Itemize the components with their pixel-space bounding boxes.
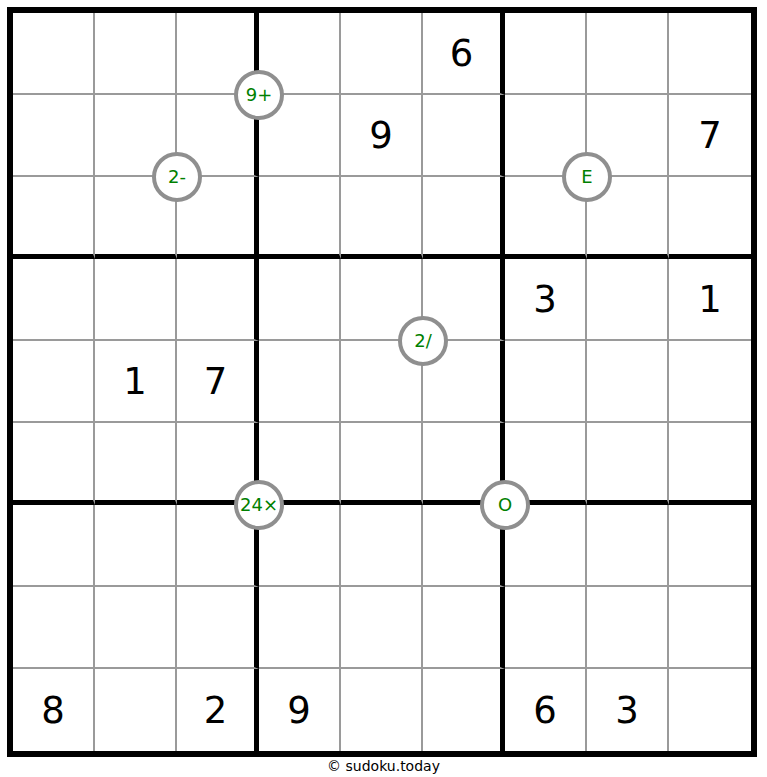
mathrax-clue-label: O xyxy=(498,496,512,514)
mathrax-clue-label: 24× xyxy=(240,496,278,514)
cell-r8c1[interactable] xyxy=(13,587,95,669)
mathrax-clue-label: 2/ xyxy=(414,332,432,350)
cell-r9c9[interactable] xyxy=(669,669,751,751)
cell-r4c4[interactable] xyxy=(259,259,341,341)
cell-r1c7[interactable] xyxy=(505,13,587,95)
cell-r9c3: 2 xyxy=(177,669,259,751)
cell-r9c2[interactable] xyxy=(95,669,177,751)
cell-r6c2[interactable] xyxy=(95,423,177,505)
cell-r3c9[interactable] xyxy=(669,177,751,259)
cell-r1c6: 6 xyxy=(423,13,505,95)
mathrax-clue-2minus: 2- xyxy=(152,152,202,202)
cell-r6c1[interactable] xyxy=(13,423,95,505)
cell-r7c9[interactable] xyxy=(669,505,751,587)
cell-r9c4: 9 xyxy=(259,669,341,751)
mathrax-sudoku-puzzle: 6973117829639+2-E2/24×O © sudoku.today xyxy=(0,0,767,777)
cell-r7c5[interactable] xyxy=(341,505,423,587)
mathrax-clue-2div: 2/ xyxy=(398,316,448,366)
cell-r6c5[interactable] xyxy=(341,423,423,505)
cell-r8c8[interactable] xyxy=(587,587,669,669)
cell-r8c9[interactable] xyxy=(669,587,751,669)
cell-r1c5[interactable] xyxy=(341,13,423,95)
cell-r2c6[interactable] xyxy=(423,95,505,177)
cell-r9c5[interactable] xyxy=(341,669,423,751)
cell-r4c1[interactable] xyxy=(13,259,95,341)
cell-r8c7[interactable] xyxy=(505,587,587,669)
mathrax-clue-label: E xyxy=(581,168,592,186)
cell-r2c9: 7 xyxy=(669,95,751,177)
cell-r5c1[interactable] xyxy=(13,341,95,423)
cell-r6c8[interactable] xyxy=(587,423,669,505)
cell-r5c4[interactable] xyxy=(259,341,341,423)
cell-r1c9[interactable] xyxy=(669,13,751,95)
cell-r8c3[interactable] xyxy=(177,587,259,669)
cell-r1c8[interactable] xyxy=(587,13,669,95)
cell-r4c3[interactable] xyxy=(177,259,259,341)
sudoku-board: 6973117829639+2-E2/24×O xyxy=(7,7,757,757)
cell-r9c8: 3 xyxy=(587,669,669,751)
cell-r3c1[interactable] xyxy=(13,177,95,259)
mathrax-clue-label: 2- xyxy=(168,168,186,186)
cell-r4c9: 1 xyxy=(669,259,751,341)
cell-r8c2[interactable] xyxy=(95,587,177,669)
cell-r3c5[interactable] xyxy=(341,177,423,259)
cell-r5c9[interactable] xyxy=(669,341,751,423)
cell-r7c8[interactable] xyxy=(587,505,669,587)
cell-r2c5: 9 xyxy=(341,95,423,177)
mathrax-clue-9plus: 9+ xyxy=(234,70,284,120)
cell-r8c4[interactable] xyxy=(259,587,341,669)
cell-r3c4[interactable] xyxy=(259,177,341,259)
cell-r8c5[interactable] xyxy=(341,587,423,669)
mathrax-clue-e: E xyxy=(562,152,612,202)
cell-r9c6[interactable] xyxy=(423,669,505,751)
cell-r9c1: 8 xyxy=(13,669,95,751)
cell-r1c2[interactable] xyxy=(95,13,177,95)
mathrax-clue-label: 9+ xyxy=(246,86,273,104)
cell-r5c2: 1 xyxy=(95,341,177,423)
cell-r2c1[interactable] xyxy=(13,95,95,177)
cell-r9c7: 6 xyxy=(505,669,587,751)
cell-r6c9[interactable] xyxy=(669,423,751,505)
cell-r5c7[interactable] xyxy=(505,341,587,423)
cell-r4c8[interactable] xyxy=(587,259,669,341)
mathrax-clue-24times: 24× xyxy=(234,480,284,530)
mathrax-clue-o: O xyxy=(480,480,530,530)
copyright-text: © sudoku.today xyxy=(0,758,767,774)
cell-r7c2[interactable] xyxy=(95,505,177,587)
cell-r1c1[interactable] xyxy=(13,13,95,95)
cell-r5c3: 7 xyxy=(177,341,259,423)
cell-r4c7: 3 xyxy=(505,259,587,341)
cell-r4c2[interactable] xyxy=(95,259,177,341)
cell-r8c6[interactable] xyxy=(423,587,505,669)
cell-r7c1[interactable] xyxy=(13,505,95,587)
cell-r3c6[interactable] xyxy=(423,177,505,259)
cell-r5c8[interactable] xyxy=(587,341,669,423)
